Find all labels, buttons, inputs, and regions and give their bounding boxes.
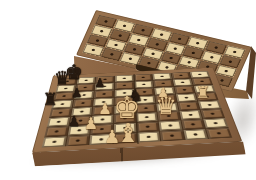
- board-square: [136, 112, 158, 122]
- board-square: [114, 133, 137, 144]
- board-square: [44, 126, 68, 137]
- board-square: [42, 136, 67, 147]
- board-square: [69, 116, 91, 126]
- board-square: [91, 124, 113, 135]
- board-surface: [32, 67, 243, 152]
- board-square: [206, 128, 232, 139]
- board-square: [114, 123, 136, 133]
- board-square: [136, 122, 159, 132]
- board-square: [114, 113, 135, 123]
- board-square: [183, 129, 208, 140]
- open-board-wrapper: [0, 0, 256, 180]
- board-square: [201, 109, 225, 119]
- board-square: [179, 110, 202, 120]
- board-frame: [32, 67, 243, 152]
- chess-set-product-photo: ♚♛♟♟♜♞♟♟♜♟♛♚♟♝♟: [0, 0, 256, 180]
- board-square: [159, 120, 182, 130]
- board-square: [158, 111, 181, 121]
- board-square: [66, 135, 90, 146]
- board-square: [160, 130, 184, 141]
- board-square: [204, 118, 229, 128]
- board-square: [181, 119, 205, 129]
- board-square: [92, 115, 114, 125]
- board-square: [137, 131, 160, 142]
- board-square: [90, 134, 113, 145]
- board-square: [67, 125, 90, 136]
